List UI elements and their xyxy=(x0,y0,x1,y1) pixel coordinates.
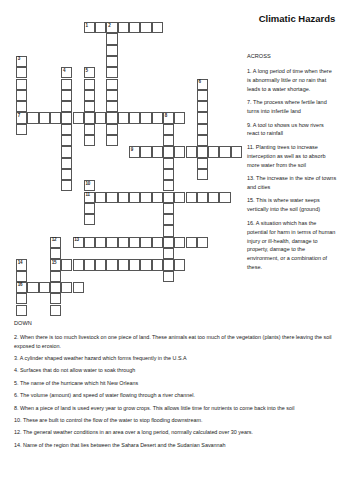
grid-cell[interactable] xyxy=(16,293,27,304)
grid-cell[interactable] xyxy=(16,101,27,112)
clue-number: 5 xyxy=(86,68,88,73)
grid-cell[interactable] xyxy=(152,22,163,33)
across-clue: 15. This is where water seeps vertically… xyxy=(247,196,337,214)
grid-cell[interactable] xyxy=(219,192,230,203)
down-clue: 10. These are built to control the flow … xyxy=(14,416,351,425)
grid-cell[interactable] xyxy=(84,124,95,135)
grid-cell[interactable] xyxy=(163,135,174,146)
grid-cell[interactable] xyxy=(106,135,117,146)
grid-cell[interactable] xyxy=(61,101,72,112)
down-clue: 2. When there is too much livestock on o… xyxy=(14,333,351,350)
grid-cell[interactable]: 16 xyxy=(16,282,27,293)
grid-cell[interactable] xyxy=(61,158,72,169)
grid-cell[interactable] xyxy=(84,90,95,101)
grid-cell[interactable] xyxy=(50,248,61,259)
grid-cell[interactable] xyxy=(73,282,84,293)
grid-cell[interactable] xyxy=(16,90,27,101)
across-clue: 9. A tool to shows us how rivers react t… xyxy=(247,121,337,139)
grid-cell[interactable] xyxy=(197,146,208,157)
grid-cell[interactable] xyxy=(197,158,208,169)
grid-cell[interactable] xyxy=(163,203,174,214)
grid-cell[interactable] xyxy=(106,45,117,56)
grid-cell[interactable] xyxy=(50,112,61,123)
grid-cell[interactable] xyxy=(61,180,72,191)
grid-cell[interactable] xyxy=(163,248,174,259)
clue-number: 3 xyxy=(18,56,20,61)
grid-cell[interactable] xyxy=(197,124,208,135)
grid-cell[interactable] xyxy=(174,259,185,270)
grid-cell[interactable] xyxy=(106,124,117,135)
grid-cell[interactable] xyxy=(129,22,140,33)
grid-cell[interactable]: 9 xyxy=(129,146,140,157)
grid-cell[interactable] xyxy=(106,90,117,101)
grid-cell[interactable] xyxy=(16,271,27,282)
grid-cell[interactable] xyxy=(140,237,151,248)
grid-cell[interactable]: 14 xyxy=(16,259,27,270)
grid-cell[interactable] xyxy=(61,146,72,157)
clue-number: 6 xyxy=(199,79,201,84)
grid-cell[interactable] xyxy=(140,22,151,33)
grid-cell[interactable] xyxy=(208,192,219,203)
grid-cell[interactable] xyxy=(84,214,95,225)
down-clues-panel: DOWN 2. When there is too much livestock… xyxy=(14,320,351,453)
grid-cell[interactable] xyxy=(61,112,72,123)
grid-cell[interactable] xyxy=(163,192,174,203)
grid-cell[interactable] xyxy=(61,79,72,90)
grid-cell[interactable] xyxy=(16,67,27,78)
grid-cell[interactable] xyxy=(16,124,27,135)
grid-cell[interactable] xyxy=(186,192,197,203)
grid-cell[interactable] xyxy=(197,237,208,248)
grid-cell[interactable] xyxy=(163,259,174,270)
grid-cell[interactable] xyxy=(186,237,197,248)
grid-cell[interactable]: 15 xyxy=(50,259,61,270)
clue-number: 11 xyxy=(86,192,90,197)
crossword-grid: 12345678910111213141516 xyxy=(16,22,244,318)
grid-cell[interactable] xyxy=(174,192,185,203)
grid-cell[interactable] xyxy=(106,192,117,203)
grid-cell[interactable] xyxy=(152,192,163,203)
grid-cell[interactable] xyxy=(61,90,72,101)
grid-cell[interactable] xyxy=(152,146,163,157)
grid-cell[interactable] xyxy=(197,169,208,180)
grid-cell[interactable] xyxy=(231,146,242,157)
across-clue: 16. A situation which has the potential … xyxy=(247,219,337,272)
grid-cell[interactable] xyxy=(84,135,95,146)
across-clue: 11. Planting trees to increase intercept… xyxy=(247,143,337,170)
down-clue: 8. When a piece of land is used every ye… xyxy=(14,404,351,413)
grid-cell[interactable] xyxy=(16,305,27,316)
grid-cell[interactable] xyxy=(163,237,174,248)
grid-cell[interactable] xyxy=(106,259,117,270)
grid-cell[interactable] xyxy=(163,180,174,191)
grid-cell[interactable] xyxy=(84,112,95,123)
grid-cell[interactable] xyxy=(186,146,197,157)
grid-cell[interactable] xyxy=(174,112,185,123)
grid-cell[interactable] xyxy=(73,259,84,270)
down-heading: DOWN xyxy=(14,320,351,326)
grid-cell[interactable] xyxy=(140,112,151,123)
grid-cell[interactable]: 3 xyxy=(16,56,27,67)
grid-cell[interactable] xyxy=(95,192,106,203)
grid-cell[interactable] xyxy=(163,225,174,236)
clue-number: 8 xyxy=(165,113,167,118)
grid-cell[interactable] xyxy=(84,259,95,270)
clue-number: 9 xyxy=(131,147,133,152)
grid-cell[interactable] xyxy=(118,22,129,33)
clue-number: 12 xyxy=(52,237,56,242)
grid-cell[interactable] xyxy=(174,146,185,157)
grid-cell[interactable] xyxy=(118,259,129,270)
grid-cell[interactable] xyxy=(140,259,151,270)
grid-cell[interactable] xyxy=(61,259,72,270)
grid-cell[interactable] xyxy=(50,271,61,282)
grid-cell[interactable] xyxy=(84,203,95,214)
grid-cell[interactable] xyxy=(140,146,151,157)
grid-cell[interactable] xyxy=(106,237,117,248)
grid-cell[interactable] xyxy=(84,101,95,112)
grid-cell[interactable] xyxy=(197,192,208,203)
grid-cell[interactable]: 2 xyxy=(106,22,117,33)
across-clue: 13. The increase in the size of towns an… xyxy=(247,174,337,192)
grid-cell[interactable] xyxy=(163,146,174,157)
clue-number: 16 xyxy=(18,282,22,287)
grid-cell[interactable] xyxy=(106,112,117,123)
down-clue: 6. The volume (amount) and speed of wate… xyxy=(14,391,351,400)
grid-cell[interactable] xyxy=(95,22,106,33)
grid-cell[interactable]: 10 xyxy=(84,180,95,191)
clue-number: 4 xyxy=(63,68,65,73)
clue-number: 2 xyxy=(108,23,110,28)
grid-cell[interactable] xyxy=(197,101,208,112)
down-clue: 4. Surfaces that do not allow water to s… xyxy=(14,366,351,375)
grid-cell[interactable]: 5 xyxy=(84,67,95,78)
grid-cell[interactable] xyxy=(163,169,174,180)
grid-cell[interactable]: 13 xyxy=(73,237,84,248)
across-clue: 1. A long period of time when there is a… xyxy=(247,67,337,94)
grid-cell[interactable] xyxy=(106,56,117,67)
grid-cell[interactable] xyxy=(61,124,72,135)
grid-cell[interactable] xyxy=(39,282,50,293)
grid-cell[interactable]: 8 xyxy=(163,112,174,123)
grid-cell[interactable] xyxy=(118,112,129,123)
page-title: Climatic Hazards xyxy=(247,13,347,24)
grid-cell[interactable] xyxy=(118,237,129,248)
down-clue-list: 2. When there is too much livestock on o… xyxy=(14,333,351,449)
grid-cell[interactable] xyxy=(152,112,163,123)
grid-cell[interactable] xyxy=(152,259,163,270)
grid-cell[interactable] xyxy=(106,101,117,112)
grid-cell[interactable] xyxy=(95,259,106,270)
grid-cell[interactable]: 1 xyxy=(84,22,95,33)
grid-cell[interactable] xyxy=(50,282,61,293)
down-clue: 5. The name of the hurricane which hit N… xyxy=(14,379,351,388)
grid-cell[interactable]: 11 xyxy=(84,192,95,203)
across-clue: 7. The process where fertile land turns … xyxy=(247,98,337,116)
grid-cell[interactable] xyxy=(50,305,61,316)
grid-cell[interactable] xyxy=(61,169,72,180)
grid-cell[interactable] xyxy=(106,33,117,44)
grid-cell[interactable] xyxy=(39,112,50,123)
grid-cell[interactable] xyxy=(95,237,106,248)
grid-cell[interactable] xyxy=(163,158,174,169)
grid-cell[interactable] xyxy=(152,237,163,248)
across-heading: ACROSS xyxy=(247,53,337,59)
clue-number: 7 xyxy=(18,113,20,118)
grid-cell[interactable] xyxy=(118,192,129,203)
clue-number: 14 xyxy=(18,260,22,265)
grid-cell[interactable] xyxy=(163,271,174,282)
grid-cell[interactable] xyxy=(106,67,117,78)
grid-cell[interactable] xyxy=(140,192,151,203)
across-clue-list: 1. A long period of time when there is a… xyxy=(247,67,337,272)
clue-number: 13 xyxy=(74,237,78,242)
grid-cell[interactable]: 12 xyxy=(50,237,61,248)
grid-cell[interactable] xyxy=(163,124,174,135)
grid-cell[interactable] xyxy=(106,79,117,90)
down-clue: 14. Name of the region that lies between… xyxy=(14,441,351,450)
grid-cell[interactable] xyxy=(16,79,27,90)
down-clue: 3. A cylinder shaped weather hazard whic… xyxy=(14,354,351,363)
grid-cell[interactable]: 7 xyxy=(16,112,27,123)
grid-cell[interactable] xyxy=(129,259,140,270)
grid-cell[interactable] xyxy=(50,293,61,304)
clue-number: 1 xyxy=(86,23,88,28)
grid-cell[interactable] xyxy=(73,112,84,123)
grid-cell[interactable] xyxy=(129,237,140,248)
grid-cell[interactable] xyxy=(27,112,38,123)
grid-cell[interactable] xyxy=(197,90,208,101)
clue-number: 15 xyxy=(52,260,56,265)
grid-cell[interactable] xyxy=(129,192,140,203)
grid-cell[interactable] xyxy=(174,237,185,248)
grid-cell[interactable]: 4 xyxy=(61,67,72,78)
grid-cell[interactable] xyxy=(197,135,208,146)
grid-cell[interactable] xyxy=(84,79,95,90)
grid-cell[interactable] xyxy=(208,146,219,157)
clue-number: 10 xyxy=(86,181,90,186)
grid-cell[interactable] xyxy=(219,146,230,157)
grid-cell[interactable] xyxy=(129,112,140,123)
grid-cell[interactable]: 6 xyxy=(197,79,208,90)
grid-cell[interactable] xyxy=(163,214,174,225)
grid-cell[interactable] xyxy=(84,237,95,248)
grid-cell[interactable] xyxy=(95,112,106,123)
grid-cell[interactable] xyxy=(27,282,38,293)
across-clues-panel: ACROSS 1. A long period of time when the… xyxy=(247,53,337,277)
grid-cell[interactable] xyxy=(197,112,208,123)
down-clue: 12. The general weather conditions in an… xyxy=(14,428,351,437)
grid-cell[interactable] xyxy=(61,282,72,293)
grid-cell[interactable] xyxy=(61,135,72,146)
